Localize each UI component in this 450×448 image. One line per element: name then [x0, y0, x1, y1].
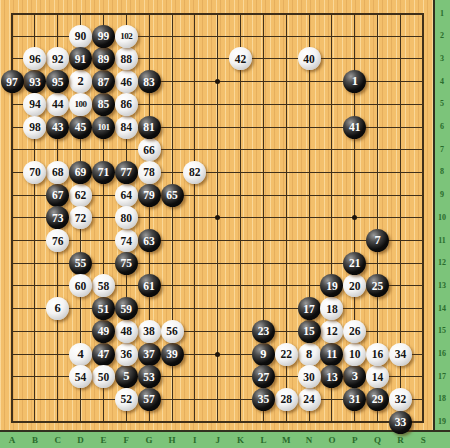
stone-88: 88: [115, 47, 138, 70]
stone-move-number: 101: [97, 122, 109, 132]
stone-42: 42: [229, 47, 252, 70]
stone-43: 43: [46, 116, 69, 139]
col-label-A: A: [9, 435, 16, 445]
stone-move-number: 10: [349, 348, 361, 360]
stone-move-number: 43: [52, 121, 64, 133]
stone-move-number: 44: [52, 98, 64, 110]
stone-24: 24: [298, 388, 321, 411]
stone-move-number: 63: [143, 235, 155, 247]
stone-91: 91: [69, 47, 92, 70]
col-label-J: J: [215, 435, 220, 445]
stone-98: 98: [23, 116, 46, 139]
col-label-D: D: [77, 435, 84, 445]
stone-65: 65: [161, 184, 184, 207]
stone-59: 59: [115, 297, 138, 320]
stone-move-number: 7: [374, 233, 380, 248]
stone-22: 22: [275, 343, 298, 366]
stone-82: 82: [183, 161, 206, 184]
stone-move-number: 9: [260, 347, 266, 362]
star-point: [215, 79, 220, 84]
stone-80: 80: [115, 206, 138, 229]
stone-86: 86: [115, 93, 138, 116]
stone-move-number: 24: [303, 393, 315, 405]
stone-move-number: 35: [258, 393, 270, 405]
stone-45: 45: [69, 116, 92, 139]
stone-18: 18: [320, 297, 343, 320]
stone-move-number: 16: [372, 348, 384, 360]
stone-move-number: 55: [75, 257, 87, 269]
stone-move-number: 83: [143, 76, 155, 88]
stone-83: 83: [138, 70, 161, 93]
stone-move-number: 20: [349, 280, 361, 292]
row-label-3: 3: [434, 54, 450, 64]
stone-move-number: 68: [52, 166, 64, 178]
stone-move-number: 40: [303, 53, 315, 65]
stone-94: 94: [23, 93, 46, 116]
stone-move-number: 54: [75, 371, 87, 383]
row-label-15: 15: [434, 326, 450, 336]
stone-move-number: 22: [280, 348, 292, 360]
stone-move-number: 88: [121, 53, 133, 65]
stone-move-number: 78: [143, 166, 155, 178]
stone-move-number: 49: [98, 325, 110, 337]
col-label-K: K: [237, 435, 244, 445]
stone-move-number: 92: [52, 53, 64, 65]
stone-28: 28: [275, 388, 298, 411]
col-label-R: R: [397, 435, 404, 445]
stone-move-number: 74: [121, 235, 133, 247]
stone-58: 58: [92, 274, 115, 297]
stone-87: 87: [92, 70, 115, 93]
col-label-C: C: [54, 435, 61, 445]
stone-move-number: 96: [29, 53, 41, 65]
stone-move-number: 17: [303, 303, 315, 315]
stone-53: 53: [138, 365, 161, 388]
stone-move-number: 61: [143, 280, 155, 292]
stone-move-number: 69: [75, 166, 87, 178]
column-coordinate-strip: [0, 430, 450, 448]
stone-move-number: 71: [98, 166, 110, 178]
stone-1: 1: [343, 70, 366, 93]
stone-57: 57: [138, 388, 161, 411]
row-label-17: 17: [434, 372, 450, 382]
stone-move-number: 14: [372, 371, 384, 383]
stone-77: 77: [115, 161, 138, 184]
stone-move-number: 30: [303, 371, 315, 383]
stone-move-number: 25: [372, 280, 384, 292]
stone-15: 15: [298, 320, 321, 343]
stone-move-number: 87: [98, 76, 110, 88]
stone-36: 36: [115, 343, 138, 366]
stone-68: 68: [46, 161, 69, 184]
stone-99: 99: [92, 25, 115, 48]
stone-8: 8: [298, 343, 321, 366]
stone-54: 54: [69, 365, 92, 388]
grid-line-horizontal: [11, 308, 424, 309]
row-label-6: 6: [434, 122, 450, 132]
stone-3: 3: [343, 365, 366, 388]
stone-move-number: 90: [75, 30, 87, 42]
stone-move-number: 99: [98, 30, 110, 42]
stone-move-number: 76: [52, 235, 64, 247]
stone-102: 102: [115, 25, 138, 48]
stone-move-number: 4: [77, 347, 83, 362]
stone-10: 10: [343, 343, 366, 366]
stone-6: 6: [46, 297, 69, 320]
stone-38: 38: [138, 320, 161, 343]
stone-move-number: 58: [98, 280, 110, 292]
stone-32: 32: [389, 388, 412, 411]
grid-line-vertical: [422, 13, 424, 424]
stone-27: 27: [252, 365, 275, 388]
stone-25: 25: [366, 274, 389, 297]
stone-40: 40: [298, 47, 321, 70]
stone-31: 31: [343, 388, 366, 411]
stone-64: 64: [115, 184, 138, 207]
stone-61: 61: [138, 274, 161, 297]
col-label-E: E: [100, 435, 106, 445]
stone-19: 19: [320, 274, 343, 297]
stone-move-number: 41: [349, 121, 361, 133]
stone-move-number: 48: [121, 325, 133, 337]
stone-move-number: 31: [349, 393, 361, 405]
stone-move-number: 82: [189, 166, 201, 178]
stone-62: 62: [69, 184, 92, 207]
stone-move-number: 6: [55, 301, 61, 316]
stone-move-number: 80: [121, 212, 133, 224]
stone-move-number: 52: [121, 393, 133, 405]
stone-12: 12: [320, 320, 343, 343]
stone-move-number: 64: [121, 189, 133, 201]
stone-66: 66: [138, 138, 161, 161]
row-label-10: 10: [434, 213, 450, 223]
stone-13: 13: [320, 365, 343, 388]
stone-move-number: 23: [258, 325, 270, 337]
row-label-4: 4: [434, 77, 450, 87]
row-label-9: 9: [434, 190, 450, 200]
stone-move-number: 42: [235, 53, 247, 65]
grid-line-horizontal: [11, 421, 424, 423]
stone-move-number: 89: [98, 53, 110, 65]
stone-move-number: 19: [326, 280, 338, 292]
stone-move-number: 59: [121, 303, 133, 315]
stone-39: 39: [161, 343, 184, 366]
row-label-14: 14: [434, 304, 450, 314]
stone-100: 100: [69, 93, 92, 116]
stone-17: 17: [298, 297, 321, 320]
stone-move-number: 72: [75, 212, 87, 224]
stone-11: 11: [320, 343, 343, 366]
stone-97: 97: [1, 70, 24, 93]
stone-63: 63: [138, 229, 161, 252]
col-label-N: N: [306, 435, 313, 445]
col-label-H: H: [168, 435, 175, 445]
stone-90: 90: [69, 25, 92, 48]
stone-81: 81: [138, 116, 161, 139]
stone-46: 46: [115, 70, 138, 93]
stone-55: 55: [69, 252, 92, 275]
stone-50: 50: [92, 365, 115, 388]
stone-37: 37: [138, 343, 161, 366]
stone-move-number: 11: [326, 348, 337, 360]
stone-14: 14: [366, 365, 389, 388]
stone-move-number: 34: [395, 348, 407, 360]
stone-move-number: 12: [326, 325, 338, 337]
stone-move-number: 56: [166, 325, 178, 337]
stone-34: 34: [389, 343, 412, 366]
stone-move-number: 70: [29, 166, 41, 178]
stone-29: 29: [366, 388, 389, 411]
grid-line-horizontal: [11, 240, 424, 241]
stone-move-number: 97: [6, 76, 18, 88]
stone-79: 79: [138, 184, 161, 207]
stone-move-number: 38: [143, 325, 155, 337]
row-label-11: 11: [434, 236, 450, 246]
stone-move-number: 85: [98, 98, 110, 110]
stone-move-number: 95: [52, 76, 64, 88]
star-point: [352, 215, 357, 220]
star-point: [215, 352, 220, 357]
stone-71: 71: [92, 161, 115, 184]
row-label-19: 19: [434, 417, 450, 427]
stone-move-number: 102: [120, 31, 132, 41]
stone-30: 30: [298, 365, 321, 388]
stone-2: 2: [69, 70, 92, 93]
stone-7: 7: [366, 229, 389, 252]
stone-move-number: 77: [121, 166, 133, 178]
stone-26: 26: [343, 320, 366, 343]
col-label-S: S: [421, 435, 426, 445]
stone-move-number: 8: [306, 347, 312, 362]
stone-move-number: 100: [75, 99, 87, 109]
stone-move-number: 57: [143, 393, 155, 405]
stone-move-number: 94: [29, 98, 41, 110]
stone-35: 35: [252, 388, 275, 411]
stone-21: 21: [343, 252, 366, 275]
stone-49: 49: [92, 320, 115, 343]
stone-move-number: 98: [29, 121, 41, 133]
stone-move-number: 2: [77, 74, 83, 89]
stone-move-number: 13: [326, 371, 338, 383]
stone-84: 84: [115, 116, 138, 139]
stone-16: 16: [366, 343, 389, 366]
stone-23: 23: [252, 320, 275, 343]
stone-60: 60: [69, 274, 92, 297]
stone-move-number: 28: [280, 393, 292, 405]
stone-move-number: 67: [52, 189, 64, 201]
col-label-P: P: [352, 435, 358, 445]
stone-85: 85: [92, 93, 115, 116]
col-label-B: B: [32, 435, 38, 445]
stone-95: 95: [46, 70, 69, 93]
stone-move-number: 46: [121, 76, 133, 88]
go-board[interactable]: ABCDEFGHIJKLMNOPQRS123456789101112131415…: [0, 0, 450, 448]
row-label-16: 16: [434, 349, 450, 359]
stone-move-number: 3: [352, 369, 358, 384]
stone-48: 48: [115, 320, 138, 343]
stone-move-number: 91: [75, 53, 87, 65]
stone-70: 70: [23, 161, 46, 184]
stone-51: 51: [92, 297, 115, 320]
stone-75: 75: [115, 252, 138, 275]
star-point: [215, 215, 220, 220]
grid-line-vertical: [240, 13, 241, 424]
col-label-M: M: [282, 435, 291, 445]
stone-67: 67: [46, 184, 69, 207]
stone-9: 9: [252, 343, 275, 366]
stone-move-number: 45: [75, 121, 87, 133]
row-label-12: 12: [434, 258, 450, 268]
col-label-I: I: [193, 435, 197, 445]
stone-move-number: 27: [258, 371, 270, 383]
stone-73: 73: [46, 206, 69, 229]
stone-52: 52: [115, 388, 138, 411]
row-label-5: 5: [434, 99, 450, 109]
stone-move-number: 15: [303, 325, 315, 337]
row-label-7: 7: [434, 145, 450, 155]
stone-move-number: 53: [143, 371, 155, 383]
stone-move-number: 29: [372, 393, 384, 405]
row-label-8: 8: [434, 167, 450, 177]
stone-41: 41: [343, 116, 366, 139]
stone-move-number: 81: [143, 121, 155, 133]
stone-92: 92: [46, 47, 69, 70]
stone-20: 20: [343, 274, 366, 297]
row-label-18: 18: [434, 394, 450, 404]
stone-69: 69: [69, 161, 92, 184]
stone-5: 5: [115, 365, 138, 388]
stone-4: 4: [69, 343, 92, 366]
stone-move-number: 36: [121, 348, 133, 360]
stone-89: 89: [92, 47, 115, 70]
stone-96: 96: [23, 47, 46, 70]
stone-move-number: 65: [166, 189, 178, 201]
row-label-2: 2: [434, 31, 450, 41]
stone-101: 101: [92, 116, 115, 139]
stone-74: 74: [115, 229, 138, 252]
stone-move-number: 79: [143, 189, 155, 201]
stone-72: 72: [69, 206, 92, 229]
row-label-13: 13: [434, 281, 450, 291]
stone-44: 44: [46, 93, 69, 116]
stone-move-number: 1: [352, 74, 358, 89]
stone-33: 33: [389, 411, 412, 434]
stone-move-number: 50: [98, 371, 110, 383]
stone-move-number: 39: [166, 348, 178, 360]
stone-move-number: 32: [395, 393, 407, 405]
stone-move-number: 37: [143, 348, 155, 360]
stone-76: 76: [46, 229, 69, 252]
stone-move-number: 51: [98, 303, 110, 315]
col-label-O: O: [328, 435, 335, 445]
col-label-G: G: [146, 435, 153, 445]
col-label-L: L: [260, 435, 266, 445]
stone-move-number: 86: [121, 98, 133, 110]
stone-56: 56: [161, 320, 184, 343]
stone-78: 78: [138, 161, 161, 184]
stone-move-number: 73: [52, 212, 64, 224]
stone-move-number: 84: [121, 121, 133, 133]
stone-move-number: 33: [395, 416, 407, 428]
stone-93: 93: [23, 70, 46, 93]
stone-move-number: 47: [98, 348, 110, 360]
col-label-F: F: [124, 435, 130, 445]
stone-move-number: 18: [326, 303, 338, 315]
stone-move-number: 60: [75, 280, 87, 292]
stone-move-number: 93: [29, 76, 41, 88]
stone-move-number: 66: [143, 144, 155, 156]
col-label-Q: Q: [374, 435, 381, 445]
stone-move-number: 26: [349, 325, 361, 337]
row-label-1: 1: [434, 9, 450, 19]
stone-move-number: 21: [349, 257, 361, 269]
stone-47: 47: [92, 343, 115, 366]
stone-move-number: 75: [121, 257, 133, 269]
stone-move-number: 5: [123, 369, 129, 384]
stone-move-number: 62: [75, 189, 87, 201]
